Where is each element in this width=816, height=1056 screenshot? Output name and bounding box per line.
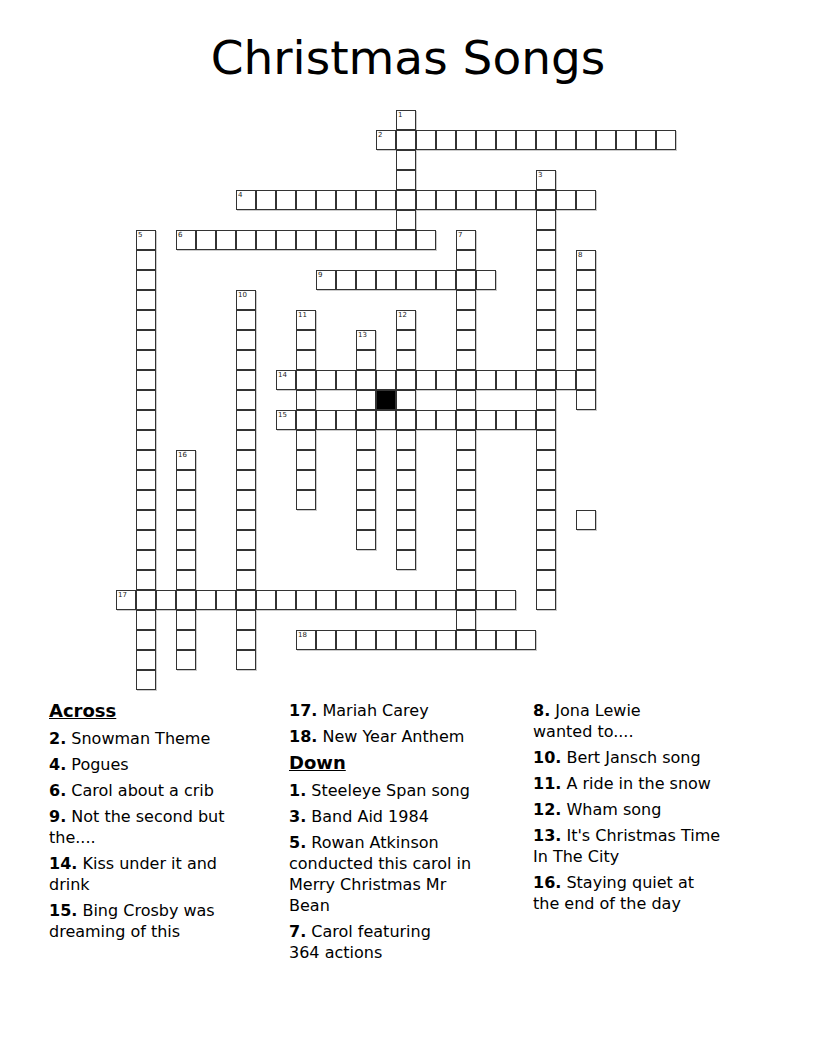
clue-number: 11.	[533, 774, 561, 793]
grid-cell[interactable]	[136, 650, 156, 670]
clue-down-16: 16. Staying quiet at the end of the day	[533, 872, 781, 914]
grid-cell[interactable]	[536, 430, 556, 450]
grid-cell[interactable]	[176, 590, 196, 610]
grid-cell[interactable]	[216, 590, 236, 610]
grid-cell[interactable]	[496, 590, 516, 610]
grid-cell[interactable]	[396, 450, 416, 470]
clue-across-6: 6. Carol about a crib	[49, 780, 281, 801]
grid-cell[interactable]	[536, 270, 556, 290]
grid-cell[interactable]	[536, 490, 556, 510]
grid-cell[interactable]	[416, 630, 436, 650]
clue-number: 7.	[289, 922, 306, 941]
grid-cell[interactable]	[336, 230, 356, 250]
clue-number: 8.	[533, 701, 550, 720]
grid-cell[interactable]	[236, 230, 256, 250]
grid-cell[interactable]	[376, 630, 396, 650]
grid-cell[interactable]	[296, 490, 316, 510]
grid-cell[interactable]	[136, 230, 156, 250]
grid-cell[interactable]	[236, 470, 256, 490]
grid-cell[interactable]	[356, 470, 376, 490]
grid-cell[interactable]	[296, 450, 316, 470]
grid-cell[interactable]	[516, 630, 536, 650]
grid-cell[interactable]	[256, 190, 276, 210]
grid-cell[interactable]	[376, 190, 396, 210]
grid-cell[interactable]	[296, 230, 316, 250]
grid-cell[interactable]	[136, 310, 156, 330]
grid-cell[interactable]	[236, 430, 256, 450]
grid-cell[interactable]	[516, 190, 536, 210]
clue-number: 12.	[533, 800, 561, 819]
grid-cell[interactable]	[536, 530, 556, 550]
grid-cell[interactable]	[536, 550, 556, 570]
grid-cell[interactable]	[136, 550, 156, 570]
grid-cell[interactable]	[276, 230, 296, 250]
clue-across-9: 9. Not the second but the....	[49, 806, 281, 848]
grid-cell[interactable]	[416, 370, 436, 390]
grid-cell[interactable]	[556, 370, 576, 390]
grid-cell[interactable]	[296, 370, 316, 390]
grid-cell[interactable]	[396, 430, 416, 450]
grid-cell[interactable]	[576, 390, 596, 410]
grid-cell[interactable]	[396, 550, 416, 570]
grid-cell[interactable]	[416, 270, 436, 290]
clue-text: Carol about a crib	[71, 781, 214, 800]
grid-cell[interactable]	[296, 190, 316, 210]
grid-cell[interactable]	[456, 570, 476, 590]
grid-cell[interactable]	[636, 130, 656, 150]
grid-cell[interactable]	[436, 590, 456, 610]
grid-cell[interactable]	[456, 630, 476, 650]
grid-cell[interactable]	[196, 590, 216, 610]
grid-cell[interactable]	[576, 290, 596, 310]
grid-cell[interactable]	[416, 130, 436, 150]
grid-cell[interactable]	[356, 590, 376, 610]
grid-cell[interactable]	[136, 630, 156, 650]
grid-cell[interactable]	[316, 230, 336, 250]
clue-down-11: 11. A ride in the snow	[533, 773, 781, 794]
grid-cell[interactable]	[456, 270, 476, 290]
grid-cell[interactable]	[516, 370, 536, 390]
grid-cell[interactable]	[136, 490, 156, 510]
grid-cell[interactable]	[396, 230, 416, 250]
grid-cell[interactable]	[316, 370, 336, 390]
grid-cell[interactable]	[376, 590, 396, 610]
grid-cell[interactable]	[476, 270, 496, 290]
clue-number: 9.	[49, 807, 66, 826]
grid-cell[interactable]	[396, 170, 416, 190]
grid-cell[interactable]	[136, 470, 156, 490]
grid-cell[interactable]	[176, 550, 196, 570]
grid-cell[interactable]	[436, 630, 456, 650]
grid-cell[interactable]	[436, 130, 456, 150]
grid-cell[interactable]	[136, 570, 156, 590]
grid-cell[interactable]	[336, 370, 356, 390]
clue-down-5: 5. Rowan Atkinson conducted this carol i…	[289, 832, 527, 916]
clue-text: It's Christmas Time In The City	[533, 826, 720, 866]
clue-number: 18.	[289, 727, 317, 746]
grid-cell[interactable]	[136, 590, 156, 610]
grid-cell[interactable]	[136, 530, 156, 550]
grid-cell[interactable]	[656, 130, 676, 150]
grid-cell[interactable]	[556, 130, 576, 150]
grid-cell[interactable]	[376, 130, 396, 150]
grid-cell[interactable]	[536, 350, 556, 370]
grid-cell[interactable]	[416, 410, 436, 430]
clue-text: Bert Jansch song	[566, 748, 700, 767]
grid-cell[interactable]	[236, 570, 256, 590]
grid-cell[interactable]	[436, 370, 456, 390]
grid-cell[interactable]	[456, 470, 476, 490]
grid-cell[interactable]	[356, 430, 376, 450]
grid-cell[interactable]	[536, 310, 556, 330]
clue-text: Not the second but the....	[49, 807, 225, 847]
grid-cell[interactable]	[376, 270, 396, 290]
clue-number: 15.	[49, 901, 77, 920]
grid-cell[interactable]	[536, 370, 556, 390]
grid-cell[interactable]	[236, 310, 256, 330]
grid-cell[interactable]	[456, 410, 476, 430]
clue-across-17: 17. Mariah Carey	[289, 700, 527, 721]
grid-cell[interactable]	[136, 270, 156, 290]
grid-cell[interactable]	[336, 410, 356, 430]
clue-text: Carol featuring 364 actions	[289, 922, 431, 962]
clue-number: 13.	[533, 826, 561, 845]
grid-cell[interactable]	[396, 130, 416, 150]
grid-cell[interactable]	[236, 530, 256, 550]
clue-number: 14.	[49, 854, 77, 873]
grid-cell[interactable]	[416, 230, 436, 250]
grid-cell[interactable]	[236, 190, 256, 210]
grid-cell[interactable]	[456, 330, 476, 350]
grid-cell[interactable]	[276, 370, 296, 390]
black-cell	[376, 390, 396, 410]
grid-cell[interactable]	[136, 610, 156, 630]
grid-cell[interactable]	[576, 350, 596, 370]
grid-cell[interactable]	[316, 630, 336, 650]
grid-cell[interactable]	[396, 530, 416, 550]
across-heading: Across	[49, 700, 281, 721]
grid-cell[interactable]	[396, 510, 416, 530]
grid-cell[interactable]	[396, 470, 416, 490]
grid-cell[interactable]	[276, 410, 296, 430]
grid-cell[interactable]	[176, 530, 196, 550]
grid-cell[interactable]	[576, 370, 596, 390]
grid-cell[interactable]	[356, 370, 376, 390]
grid-cell[interactable]	[536, 410, 556, 430]
grid-cell[interactable]	[116, 590, 136, 610]
grid-cell[interactable]	[616, 130, 636, 150]
grid-cell[interactable]	[596, 130, 616, 150]
grid-cell[interactable]	[176, 470, 196, 490]
grid-cell[interactable]	[536, 130, 556, 150]
clue-number: 17.	[289, 701, 317, 720]
clue-text: Mariah Carey	[322, 701, 428, 720]
grid-cell[interactable]	[396, 410, 416, 430]
grid-cell[interactable]	[456, 310, 476, 330]
grid-cell[interactable]	[236, 610, 256, 630]
grid-cell[interactable]	[356, 270, 376, 290]
grid-cell[interactable]	[476, 190, 496, 210]
grid-cell[interactable]	[536, 250, 556, 270]
grid-cell[interactable]	[396, 350, 416, 370]
grid-cell[interactable]	[496, 190, 516, 210]
grid-cell[interactable]	[236, 490, 256, 510]
grid-cell[interactable]	[456, 350, 476, 370]
grid-cell[interactable]	[576, 250, 596, 270]
grid-cell[interactable]	[456, 430, 476, 450]
grid-cell[interactable]	[456, 370, 476, 390]
grid-cell[interactable]	[316, 190, 336, 210]
grid-cell[interactable]	[416, 190, 436, 210]
down-heading: Down	[289, 752, 527, 773]
clue-number: 2.	[49, 729, 66, 748]
clues-column-3: 8. Jona Lewie wanted to.... 10. Bert Jan…	[533, 700, 781, 919]
grid-cell[interactable]	[236, 370, 256, 390]
clue-number: 6.	[49, 781, 66, 800]
grid-cell[interactable]	[456, 130, 476, 150]
clue-down-10: 10. Bert Jansch song	[533, 747, 781, 768]
grid-cell[interactable]	[236, 650, 256, 670]
grid-cell[interactable]	[456, 230, 476, 250]
grid-cell[interactable]	[236, 410, 256, 430]
grid-cell[interactable]	[396, 190, 416, 210]
grid-cell[interactable]	[536, 230, 556, 250]
grid-cell[interactable]	[136, 290, 156, 310]
grid-cell[interactable]	[396, 310, 416, 330]
clue-text: Wham song	[566, 800, 661, 819]
grid-cell[interactable]	[516, 130, 536, 150]
clue-number: 4.	[49, 755, 66, 774]
grid-cell[interactable]	[256, 590, 276, 610]
clue-across-18: 18. New Year Anthem	[289, 726, 527, 747]
grid-cell[interactable]	[356, 230, 376, 250]
grid-cell[interactable]	[376, 230, 396, 250]
grid-cell[interactable]	[496, 130, 516, 150]
grid-cell[interactable]	[336, 590, 356, 610]
grid-cell[interactable]	[296, 410, 316, 430]
grid-cell[interactable]	[536, 510, 556, 530]
clue-number: 3.	[289, 807, 306, 826]
grid-cell[interactable]	[136, 670, 156, 690]
clues-column-2: 17. Mariah Carey 18. New Year Anthem Dow…	[289, 700, 527, 968]
grid-cell[interactable]	[356, 330, 376, 350]
clue-text: Rowan Atkinson conducted this carol in M…	[289, 833, 471, 915]
grid-cell[interactable]	[396, 590, 416, 610]
grid-cell[interactable]	[536, 170, 556, 190]
grid-cell[interactable]	[236, 510, 256, 530]
grid-cell[interactable]	[456, 190, 476, 210]
grid-cell[interactable]	[136, 430, 156, 450]
grid-cell[interactable]	[316, 270, 336, 290]
page-title: Christmas Songs	[0, 30, 816, 86]
grid-cell[interactable]	[196, 230, 216, 250]
grid-cell[interactable]	[296, 470, 316, 490]
grid-cell[interactable]	[356, 390, 376, 410]
grid-cell[interactable]	[136, 370, 156, 390]
grid-cell[interactable]	[396, 270, 416, 290]
clue-down-13: 13. It's Christmas Time In The City	[533, 825, 781, 867]
grid-cell[interactable]	[476, 130, 496, 150]
grid-cell[interactable]	[456, 250, 476, 270]
grid-cell[interactable]	[296, 590, 316, 610]
grid-cell[interactable]	[536, 290, 556, 310]
grid-cell[interactable]	[436, 270, 456, 290]
grid-cell[interactable]	[176, 570, 196, 590]
grid-cell[interactable]	[136, 510, 156, 530]
clue-number: 1.	[289, 781, 306, 800]
grid-cell[interactable]	[536, 590, 556, 610]
grid-cell[interactable]	[536, 190, 556, 210]
grid-cell[interactable]	[456, 390, 476, 410]
grid-cell[interactable]	[516, 410, 536, 430]
clue-down-7: 7. Carol featuring 364 actions	[289, 921, 527, 963]
clue-across-2: 2. Snowman Theme	[49, 728, 281, 749]
grid-cell[interactable]	[396, 210, 416, 230]
grid-cell[interactable]	[456, 290, 476, 310]
grid-cell[interactable]	[216, 230, 236, 250]
grid-cell[interactable]	[396, 490, 416, 510]
grid-cell[interactable]	[316, 590, 336, 610]
grid-cell[interactable]	[136, 450, 156, 470]
clues-column-1: Across 2. Snowman Theme 4. Pogues 6. Car…	[49, 700, 281, 947]
grid-cell[interactable]	[496, 630, 516, 650]
grid-cell[interactable]	[576, 270, 596, 290]
grid-cell[interactable]	[456, 530, 476, 550]
grid-cell[interactable]	[176, 610, 196, 630]
grid-cell[interactable]	[156, 590, 176, 610]
grid-cell[interactable]	[456, 450, 476, 470]
grid-cell[interactable]	[296, 310, 316, 330]
clue-number: 10.	[533, 748, 561, 767]
grid-cell[interactable]	[356, 630, 376, 650]
grid-cell[interactable]	[356, 510, 376, 530]
grid-cell[interactable]	[456, 510, 476, 530]
grid-cell[interactable]	[576, 510, 596, 530]
clue-text: Snowman Theme	[71, 729, 210, 748]
clue-text: Jona Lewie wanted to....	[533, 701, 641, 741]
grid-cell[interactable]	[236, 330, 256, 350]
clue-text: Band Aid 1984	[311, 807, 429, 826]
clue-text: New Year Anthem	[322, 727, 464, 746]
grid-cell[interactable]	[576, 310, 596, 330]
grid-cell[interactable]	[536, 330, 556, 350]
grid-cell[interactable]	[336, 270, 356, 290]
grid-cell[interactable]	[176, 650, 196, 670]
grid-cell[interactable]	[476, 630, 496, 650]
clue-across-15: 15. Bing Crosby was dreaming of this	[49, 900, 281, 942]
grid-cell[interactable]	[456, 610, 476, 630]
grid-cell[interactable]	[176, 510, 196, 530]
grid-cell[interactable]	[436, 190, 456, 210]
clue-across-4: 4. Pogues	[49, 754, 281, 775]
grid-cell[interactable]	[176, 630, 196, 650]
grid-cell[interactable]	[136, 330, 156, 350]
grid-cell[interactable]	[276, 190, 296, 210]
grid-cell[interactable]	[576, 190, 596, 210]
grid-cell[interactable]	[176, 230, 196, 250]
grid-cell[interactable]	[136, 390, 156, 410]
grid-cell[interactable]	[236, 350, 256, 370]
grid-cell[interactable]	[536, 570, 556, 590]
grid-cell[interactable]	[456, 590, 476, 610]
grid-cell[interactable]	[576, 130, 596, 150]
clue-down-12: 12. Wham song	[533, 799, 781, 820]
grid-cell[interactable]	[236, 590, 256, 610]
page: Christmas Songs 123456789101112131415161…	[0, 0, 816, 1056]
grid-cell[interactable]	[376, 370, 396, 390]
grid-cell[interactable]	[256, 230, 276, 250]
grid-cell[interactable]	[136, 410, 156, 430]
grid-cell[interactable]	[376, 410, 396, 430]
grid-cell[interactable]	[456, 550, 476, 570]
clue-across-14: 14. Kiss under it and drink	[49, 853, 281, 895]
grid-cell[interactable]	[136, 250, 156, 270]
grid-cell[interactable]	[356, 530, 376, 550]
grid-cell[interactable]	[396, 150, 416, 170]
grid-cell[interactable]	[176, 490, 196, 510]
grid-cell[interactable]	[296, 350, 316, 370]
grid-cell[interactable]	[536, 470, 556, 490]
clue-text: A ride in the snow	[566, 774, 711, 793]
grid-cell[interactable]	[416, 590, 436, 610]
grid-cell[interactable]	[396, 110, 416, 130]
crossword-grid: 123456789101112131415161718	[116, 110, 678, 692]
grid-cell[interactable]	[276, 590, 296, 610]
grid-cell[interactable]	[176, 450, 196, 470]
grid-cell[interactable]	[236, 630, 256, 650]
clue-number: 16.	[533, 873, 561, 892]
grid-cell[interactable]	[436, 410, 456, 430]
grid-cell[interactable]	[476, 370, 496, 390]
grid-cell[interactable]	[236, 550, 256, 570]
grid-cell[interactable]	[236, 390, 256, 410]
grid-cell[interactable]	[396, 630, 416, 650]
grid-cell[interactable]	[396, 390, 416, 410]
grid-cell[interactable]	[136, 350, 156, 370]
clue-down-1: 1. Steeleye Span song	[289, 780, 527, 801]
grid-cell[interactable]	[536, 450, 556, 470]
grid-cell[interactable]	[496, 370, 516, 390]
clue-text: Steeleye Span song	[311, 781, 470, 800]
grid-cell[interactable]	[296, 390, 316, 410]
grid-cell[interactable]	[536, 210, 556, 230]
grid-cell[interactable]	[556, 190, 576, 210]
grid-cell[interactable]	[396, 370, 416, 390]
grid-cell[interactable]	[336, 630, 356, 650]
clue-down-8: 8. Jona Lewie wanted to....	[533, 700, 781, 742]
grid-cell[interactable]	[456, 490, 476, 510]
grid-cell[interactable]	[356, 190, 376, 210]
grid-cell[interactable]	[396, 330, 416, 350]
grid-cell[interactable]	[496, 410, 516, 430]
grid-cell[interactable]	[236, 290, 256, 310]
grid-cell[interactable]	[356, 410, 376, 430]
grid-cell[interactable]	[356, 490, 376, 510]
grid-cell[interactable]	[236, 450, 256, 470]
clue-down-3: 3. Band Aid 1984	[289, 806, 527, 827]
grid-cell[interactable]	[336, 190, 356, 210]
grid-cell[interactable]	[476, 590, 496, 610]
grid-cell[interactable]	[296, 330, 316, 350]
grid-cell[interactable]	[536, 390, 556, 410]
grid-cell[interactable]	[356, 350, 376, 370]
grid-cell[interactable]	[476, 410, 496, 430]
grid-cell[interactable]	[296, 630, 316, 650]
grid-cell[interactable]	[576, 330, 596, 350]
grid-cell[interactable]	[316, 410, 336, 430]
grid-cell[interactable]	[296, 430, 316, 450]
grid-cell[interactable]	[356, 450, 376, 470]
